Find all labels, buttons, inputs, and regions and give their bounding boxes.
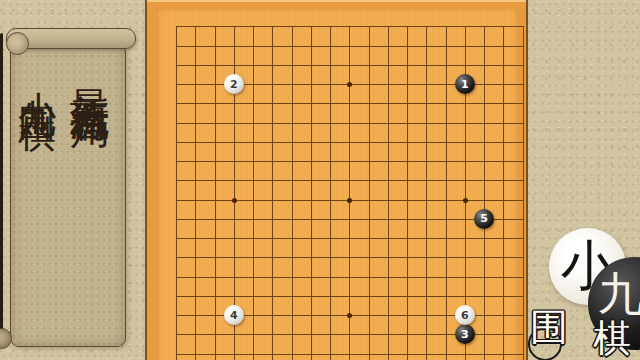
stone-black-3: 3 bbox=[455, 324, 475, 344]
grid-line-vertical bbox=[446, 26, 447, 360]
logo-caption-char-wei: 围 bbox=[530, 308, 568, 346]
grid-line-horizontal bbox=[176, 257, 524, 258]
grid-line-vertical bbox=[311, 26, 312, 360]
stone-white-4: 4 bbox=[224, 305, 244, 325]
star-point bbox=[463, 198, 468, 203]
star-point bbox=[232, 198, 237, 203]
grid-line-vertical bbox=[523, 26, 524, 360]
goban-grid: 123456 bbox=[176, 26, 524, 360]
grid-line-vertical bbox=[195, 26, 196, 360]
stone-move-number: 6 bbox=[461, 309, 469, 322]
scroll-subtitle: 小九围棋 bbox=[18, 61, 56, 93]
grid-line-vertical bbox=[369, 26, 370, 360]
star-point bbox=[347, 313, 352, 318]
grid-line-horizontal bbox=[176, 277, 524, 278]
grid-line-vertical bbox=[484, 26, 485, 360]
stone-black-5: 5 bbox=[474, 209, 494, 229]
scroll-title: 最新流行布局 bbox=[69, 57, 109, 84]
grid-line-vertical bbox=[407, 26, 408, 360]
grid-line-vertical bbox=[503, 26, 504, 360]
scroll-rolled-edge bbox=[0, 33, 3, 347]
grid-line-vertical bbox=[176, 26, 177, 360]
grid-line-horizontal bbox=[176, 354, 524, 355]
grid-line-horizontal bbox=[176, 238, 524, 239]
goban-surface: 123456 bbox=[157, 8, 518, 360]
stone-move-number: 3 bbox=[461, 328, 469, 341]
goban-edge-highlight bbox=[147, 0, 526, 2]
grid-line-vertical bbox=[272, 26, 273, 360]
grid-line-vertical bbox=[388, 26, 389, 360]
grid-line-horizontal bbox=[176, 219, 524, 220]
grid-line-vertical bbox=[292, 26, 293, 360]
stone-move-number: 1 bbox=[461, 78, 469, 91]
stone-move-number: 5 bbox=[480, 212, 488, 225]
stone-move-number: 4 bbox=[230, 309, 238, 322]
stone-white-6: 6 bbox=[455, 305, 475, 325]
goban: 123456 bbox=[145, 0, 528, 360]
grid-line-vertical bbox=[426, 26, 427, 360]
star-point bbox=[347, 198, 352, 203]
star-point bbox=[347, 82, 352, 87]
stone-black-1: 1 bbox=[455, 74, 475, 94]
grid-line-vertical bbox=[330, 26, 331, 360]
scroll-top-roll-cap bbox=[6, 32, 29, 55]
logo-caption-char-qi: 棋 bbox=[593, 319, 631, 357]
video-frame: { "game": "go", "scroll": { "title": "最新… bbox=[0, 0, 640, 360]
grid-line-vertical bbox=[253, 26, 254, 360]
grid-line-vertical bbox=[349, 26, 350, 360]
stone-white-2: 2 bbox=[224, 74, 244, 94]
grid-line-vertical bbox=[215, 26, 216, 360]
grid-line-horizontal bbox=[176, 296, 524, 297]
stone-move-number: 2 bbox=[230, 78, 238, 91]
